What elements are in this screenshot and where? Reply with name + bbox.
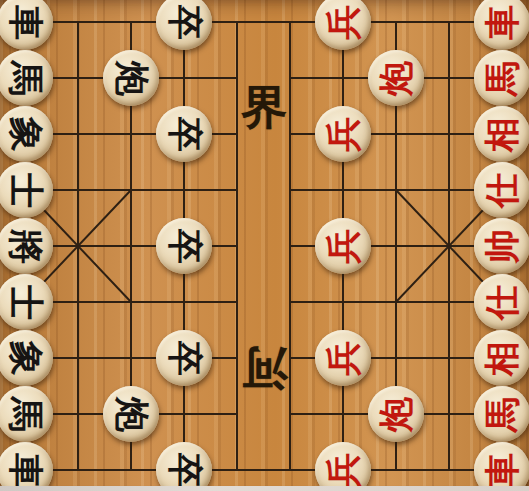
piece-glyph: 車 — [8, 453, 43, 488]
piece-glyph: 卒 — [167, 117, 202, 152]
piece-glyph: 象 — [8, 341, 43, 376]
piece-black-cannon[interactable]: 炮 — [103, 386, 159, 442]
piece-glyph: 士 — [8, 173, 43, 208]
piece-red-soldier[interactable]: 兵 — [315, 442, 371, 491]
piece-black-soldier[interactable]: 卒 — [156, 442, 212, 491]
piece-glyph: 兵 — [326, 341, 361, 376]
piece-glyph: 象 — [8, 117, 43, 152]
piece-glyph: 士 — [8, 285, 43, 320]
piece-glyph: 馬 — [485, 397, 520, 432]
board-grid-lines — [0, 0, 529, 491]
piece-glyph: 將 — [8, 229, 43, 264]
piece-red-soldier[interactable]: 兵 — [315, 106, 371, 162]
piece-glyph: 兵 — [326, 453, 361, 488]
piece-glyph: 炮 — [114, 397, 149, 432]
piece-glyph: 車 — [8, 5, 43, 40]
xiangqi-board: 界河 車馬象士將士象馬車炮炮卒卒卒卒卒兵兵兵兵兵炮炮車馬相仕帅仕相馬車 — [0, 0, 529, 491]
piece-glyph: 仕 — [485, 285, 520, 320]
piece-glyph: 馬 — [485, 61, 520, 96]
piece-glyph: 兵 — [326, 229, 361, 264]
piece-red-horse[interactable]: 馬 — [474, 386, 529, 442]
piece-glyph: 卒 — [167, 5, 202, 40]
river-label-jie: 界 — [242, 77, 288, 139]
piece-glyph: 卒 — [167, 341, 202, 376]
river-label-he: 河 — [242, 337, 288, 399]
piece-glyph: 炮 — [379, 61, 414, 96]
piece-glyph: 炮 — [114, 61, 149, 96]
piece-glyph: 車 — [485, 5, 520, 40]
piece-red-chariot[interactable]: 車 — [474, 0, 529, 50]
piece-red-soldier[interactable]: 兵 — [315, 218, 371, 274]
piece-red-general[interactable]: 帅 — [474, 218, 529, 274]
piece-glyph: 仕 — [485, 173, 520, 208]
piece-red-cannon[interactable]: 炮 — [368, 386, 424, 442]
piece-red-soldier[interactable]: 兵 — [315, 330, 371, 386]
piece-glyph: 相 — [485, 117, 520, 152]
piece-glyph: 帅 — [485, 229, 520, 264]
piece-red-elephant[interactable]: 相 — [474, 106, 529, 162]
piece-black-soldier[interactable]: 卒 — [156, 106, 212, 162]
piece-glyph: 兵 — [326, 117, 361, 152]
piece-black-cannon[interactable]: 炮 — [103, 50, 159, 106]
piece-red-chariot[interactable]: 車 — [474, 442, 529, 491]
piece-red-cannon[interactable]: 炮 — [368, 50, 424, 106]
piece-glyph: 馬 — [8, 61, 43, 96]
piece-glyph: 馬 — [8, 397, 43, 432]
piece-red-advisor[interactable]: 仕 — [474, 274, 529, 330]
piece-glyph: 兵 — [326, 5, 361, 40]
piece-red-advisor[interactable]: 仕 — [474, 162, 529, 218]
piece-red-elephant[interactable]: 相 — [474, 330, 529, 386]
piece-glyph: 車 — [485, 453, 520, 488]
piece-glyph: 炮 — [379, 397, 414, 432]
table-edge-strip — [0, 486, 529, 491]
piece-black-soldier[interactable]: 卒 — [156, 330, 212, 386]
piece-red-horse[interactable]: 馬 — [474, 50, 529, 106]
piece-glyph: 卒 — [167, 453, 202, 488]
piece-glyph: 卒 — [167, 229, 202, 264]
piece-glyph: 相 — [485, 341, 520, 376]
screenshot: 界河 車馬象士將士象馬車炮炮卒卒卒卒卒兵兵兵兵兵炮炮車馬相仕帅仕相馬車 — [0, 0, 529, 491]
piece-black-soldier[interactable]: 卒 — [156, 218, 212, 274]
